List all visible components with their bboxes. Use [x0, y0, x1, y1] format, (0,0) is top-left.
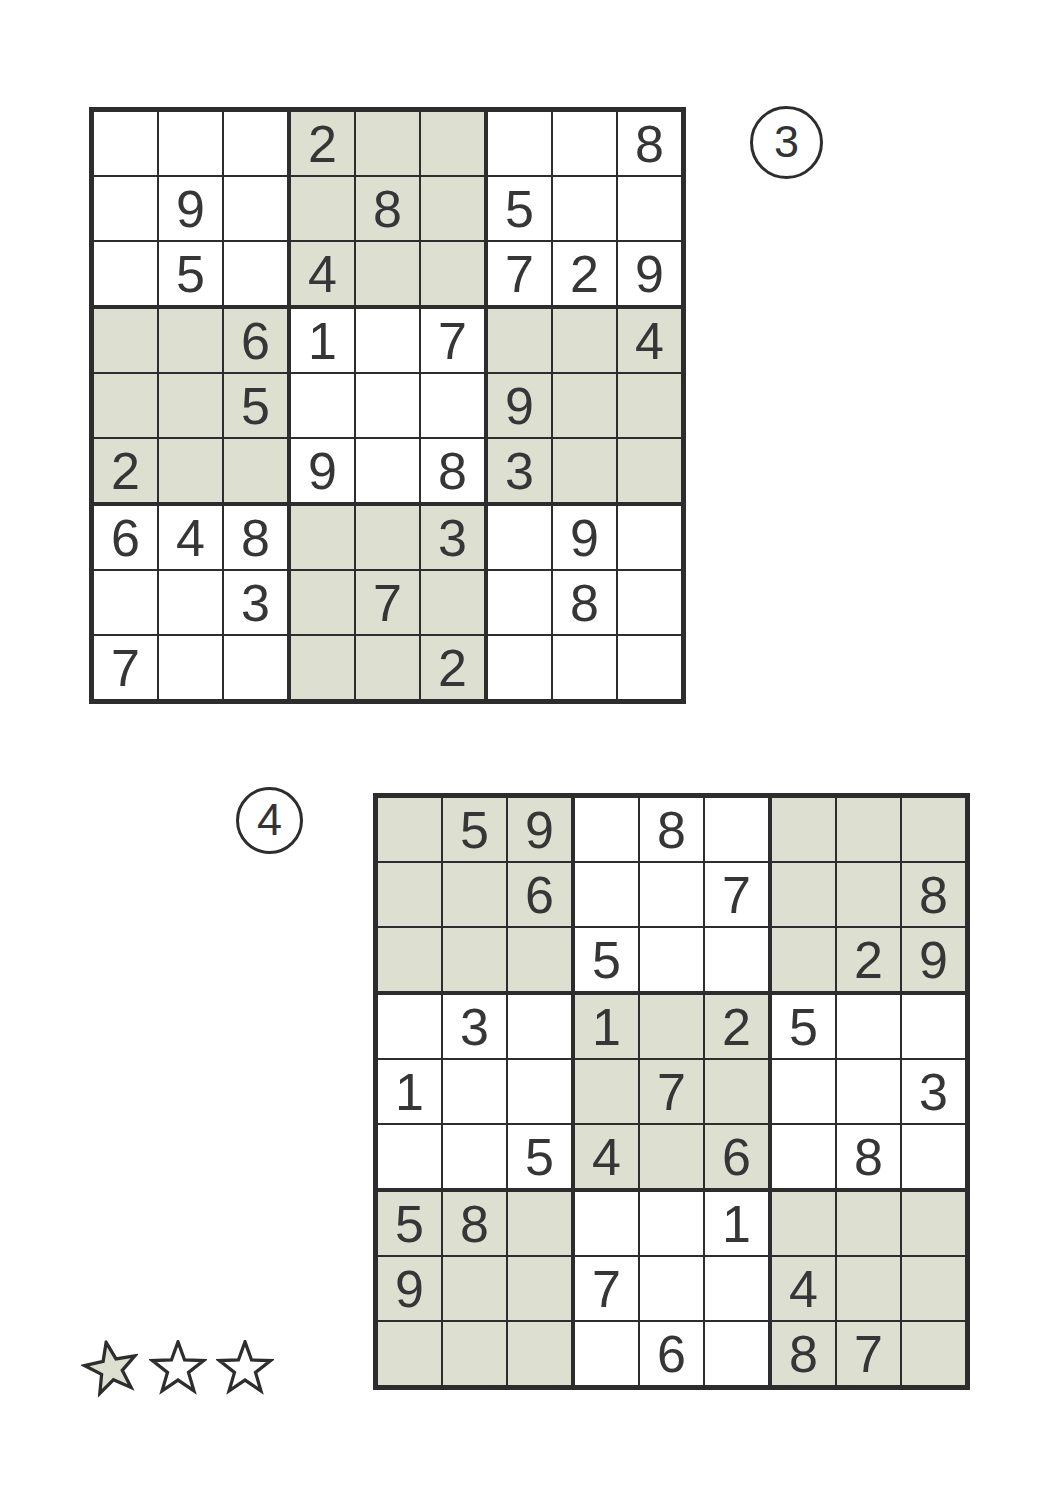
cell-r9c1: 7: [94, 636, 157, 699]
cell-r3c9: 9: [618, 242, 681, 305]
cell-r8c1: [94, 571, 157, 634]
cell-r2c2: 9: [159, 177, 222, 240]
box-4: 315: [378, 995, 571, 1188]
cell-r9c7: [488, 636, 551, 699]
cell-r4c8: [837, 995, 900, 1058]
cell-r1c1: [378, 798, 441, 861]
box-5: 1798: [291, 309, 484, 502]
box-8: 176: [575, 1192, 768, 1385]
cell-r8c8: 8: [553, 571, 616, 634]
cell-r2c1: [94, 177, 157, 240]
cell-r7c3: [508, 1192, 571, 1255]
cell-r5c7: [772, 1060, 835, 1123]
cell-r2c5: 8: [356, 177, 419, 240]
cell-r8c7: [488, 571, 551, 634]
cell-r6c5: [356, 439, 419, 502]
cell-r1c8: [553, 112, 616, 175]
cell-r7c7: [772, 1192, 835, 1255]
cell-r4c9: [902, 995, 965, 1058]
cell-r4c6: 2: [705, 995, 768, 1058]
cell-r5c1: [94, 374, 157, 437]
cell-r4c5: [640, 995, 703, 1058]
cell-r7c9: [902, 1192, 965, 1255]
cell-r9c2: [443, 1322, 506, 1385]
box-8: 372: [291, 506, 484, 699]
cell-r5c6: [421, 374, 484, 437]
cell-r1c8: [837, 798, 900, 861]
cell-r6c2: [443, 1125, 506, 1188]
cell-r6c7: 3: [488, 439, 551, 502]
cell-r4c3: [508, 995, 571, 1058]
cell-r5c8: [837, 1060, 900, 1123]
cell-r3c8: 2: [553, 242, 616, 305]
cell-r9c9: [902, 1322, 965, 1385]
cell-r9c8: [553, 636, 616, 699]
cell-r8c7: 4: [772, 1257, 835, 1320]
puzzle-number-badge-4: 4: [236, 787, 303, 854]
cell-r1c1: [94, 112, 157, 175]
box-3: 829: [772, 798, 965, 991]
cell-r2c3: 6: [508, 863, 571, 926]
cell-r6c4: 4: [575, 1125, 638, 1188]
cell-r2c8: [837, 863, 900, 926]
cell-r5c3: [508, 1060, 571, 1123]
cell-r4c4: 1: [291, 309, 354, 372]
cell-r4c7: 5: [772, 995, 835, 1058]
cell-r4c1: [94, 309, 157, 372]
cell-r8c9: [618, 571, 681, 634]
cell-r6c2: [159, 439, 222, 502]
cell-r2c4: [575, 863, 638, 926]
cell-r2c1: [378, 863, 441, 926]
cell-r3c1: [378, 928, 441, 991]
cell-r2c7: [772, 863, 835, 926]
cell-r1c9: [902, 798, 965, 861]
cell-r2c5: [640, 863, 703, 926]
cell-r1c4: 2: [291, 112, 354, 175]
box-6: 538: [772, 995, 965, 1188]
cell-r5c9: [618, 374, 681, 437]
cell-r3c3: [224, 242, 287, 305]
box-7: 64837: [94, 506, 287, 699]
cell-r6c7: [772, 1125, 835, 1188]
cell-r1c7: [488, 112, 551, 175]
star-empty-icon: [216, 1340, 274, 1395]
cell-r2c3: [224, 177, 287, 240]
cell-r4c8: [553, 309, 616, 372]
cell-r8c8: [837, 1257, 900, 1320]
box-4: 652: [94, 309, 287, 502]
cell-r1c2: [159, 112, 222, 175]
box-1: 596: [378, 798, 571, 991]
star-empty-icon: [149, 1340, 207, 1395]
cell-r7c1: 5: [378, 1192, 441, 1255]
cell-r8c5: [640, 1257, 703, 1320]
cell-r9c3: [508, 1322, 571, 1385]
cell-r6c9: [902, 1125, 965, 1188]
box-5: 12746: [575, 995, 768, 1188]
box-2: 875: [575, 798, 768, 991]
cell-r7c8: [837, 1192, 900, 1255]
cell-r5c4: [575, 1060, 638, 1123]
cell-r2c8: [553, 177, 616, 240]
difficulty-rating: [82, 1340, 274, 1395]
cell-r7c7: [488, 506, 551, 569]
cell-r8c5: 7: [356, 571, 419, 634]
cell-r9c5: 6: [640, 1322, 703, 1385]
cell-r7c6: 1: [705, 1192, 768, 1255]
cell-r8c3: [508, 1257, 571, 1320]
cell-r2c7: 5: [488, 177, 551, 240]
cell-r3c1: [94, 242, 157, 305]
cell-r5c5: [356, 374, 419, 437]
cell-r3c2: 5: [159, 242, 222, 305]
box-2: 284: [291, 112, 484, 305]
cell-r5c3: 5: [224, 374, 287, 437]
cell-r1c3: 9: [508, 798, 571, 861]
cell-r1c7: [772, 798, 835, 861]
cell-r6c8: 8: [837, 1125, 900, 1188]
cell-r3c4: 5: [575, 928, 638, 991]
cell-r6c9: [618, 439, 681, 502]
cell-r8c3: 3: [224, 571, 287, 634]
cell-r6c8: [553, 439, 616, 502]
cell-r9c4: [575, 1322, 638, 1385]
cell-r2c6: 7: [705, 863, 768, 926]
cell-r3c5: [640, 928, 703, 991]
cell-r5c5: 7: [640, 1060, 703, 1123]
cell-r9c2: [159, 636, 222, 699]
cell-r4c6: 7: [421, 309, 484, 372]
cell-r5c2: [443, 1060, 506, 1123]
cell-r4c2: [159, 309, 222, 372]
cell-r8c4: 7: [575, 1257, 638, 1320]
cell-r6c1: [378, 1125, 441, 1188]
cell-r4c1: [378, 995, 441, 1058]
cell-r9c8: 7: [837, 1322, 900, 1385]
cell-r8c2: [159, 571, 222, 634]
cell-r8c1: 9: [378, 1257, 441, 1320]
cell-r7c1: 6: [94, 506, 157, 569]
cell-r8c6: [421, 571, 484, 634]
cell-r3c5: [356, 242, 419, 305]
cell-r8c2: [443, 1257, 506, 1320]
cell-r8c6: [705, 1257, 768, 1320]
cell-r4c3: 6: [224, 309, 287, 372]
cell-r6c3: [224, 439, 287, 502]
cell-r7c4: [575, 1192, 638, 1255]
cell-r6c6: 8: [421, 439, 484, 502]
cell-r6c6: 6: [705, 1125, 768, 1188]
cell-r4c2: 3: [443, 995, 506, 1058]
cell-r2c4: [291, 177, 354, 240]
cell-r6c3: 5: [508, 1125, 571, 1188]
cell-r4c9: 4: [618, 309, 681, 372]
cell-r1c5: [356, 112, 419, 175]
cell-r2c9: [618, 177, 681, 240]
cell-r7c5: [640, 1192, 703, 1255]
cell-r6c1: 2: [94, 439, 157, 502]
cell-r2c9: 8: [902, 863, 965, 926]
cell-r2c6: [421, 177, 484, 240]
puzzle-number-4: 4: [257, 794, 282, 846]
cell-r1c2: 5: [443, 798, 506, 861]
box-7: 589: [378, 1192, 571, 1385]
cell-r3c2: [443, 928, 506, 991]
cell-r9c6: [705, 1322, 768, 1385]
cell-r6c4: 9: [291, 439, 354, 502]
cell-r7c5: [356, 506, 419, 569]
cell-r5c7: 9: [488, 374, 551, 437]
sudoku-grid-4: 59687582931512746538589176487: [373, 793, 970, 1390]
cell-r4c5: [356, 309, 419, 372]
cell-r9c9: [618, 636, 681, 699]
cell-r1c9: 8: [618, 112, 681, 175]
cell-r7c2: 4: [159, 506, 222, 569]
cell-r1c5: 8: [640, 798, 703, 861]
box-9: 487: [772, 1192, 965, 1385]
puzzle-number-3: 3: [774, 116, 799, 168]
cell-r3c8: 2: [837, 928, 900, 991]
cell-r4c7: [488, 309, 551, 372]
cell-r9c7: 8: [772, 1322, 835, 1385]
cell-r1c3: [224, 112, 287, 175]
box-3: 85729: [488, 112, 681, 305]
cell-r9c6: 2: [421, 636, 484, 699]
cell-r7c9: [618, 506, 681, 569]
box-6: 493: [488, 309, 681, 502]
cell-r1c6: [705, 798, 768, 861]
cell-r3c4: 4: [291, 242, 354, 305]
cell-r1c4: [575, 798, 638, 861]
cell-r3c3: [508, 928, 571, 991]
cell-r9c1: [378, 1322, 441, 1385]
box-9: 98: [488, 506, 681, 699]
cell-r5c6: [705, 1060, 768, 1123]
cell-r8c4: [291, 571, 354, 634]
cell-r1c6: [421, 112, 484, 175]
cell-r5c8: [553, 374, 616, 437]
cell-r7c2: 8: [443, 1192, 506, 1255]
cell-r3c6: [421, 242, 484, 305]
cell-r7c6: 3: [421, 506, 484, 569]
box-1: 95: [94, 112, 287, 305]
cell-r9c5: [356, 636, 419, 699]
cell-r5c9: 3: [902, 1060, 965, 1123]
cell-r5c1: 1: [378, 1060, 441, 1123]
cell-r7c8: 9: [553, 506, 616, 569]
cell-r9c4: [291, 636, 354, 699]
cell-r4c4: 1: [575, 995, 638, 1058]
cell-r8c9: [902, 1257, 965, 1320]
cell-r2c2: [443, 863, 506, 926]
cell-r3c7: 7: [488, 242, 551, 305]
cell-r7c4: [291, 506, 354, 569]
star-filled-icon: [77, 1335, 144, 1400]
sudoku-grid-3: 952848572965217984936483737298: [89, 107, 686, 704]
cell-r3c7: [772, 928, 835, 991]
cell-r3c6: [705, 928, 768, 991]
cell-r7c3: 8: [224, 506, 287, 569]
cell-r3c9: 9: [902, 928, 965, 991]
cell-r9c3: [224, 636, 287, 699]
cell-r6c5: [640, 1125, 703, 1188]
cell-r5c4: [291, 374, 354, 437]
puzzle-number-badge-3: 3: [750, 106, 823, 179]
cell-r5c2: [159, 374, 222, 437]
